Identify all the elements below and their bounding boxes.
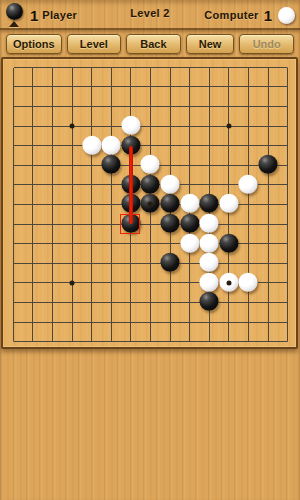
board-cell[interactable] [23, 136, 43, 156]
board-cell[interactable] [239, 97, 259, 117]
options-button[interactable]: Options [6, 34, 62, 54]
win-line [129, 146, 133, 224]
board-cell[interactable]: ○ [199, 214, 219, 234]
board-cell[interactable] [4, 234, 24, 254]
board-cell[interactable]: ○ [160, 175, 180, 195]
board-cell[interactable] [219, 293, 239, 313]
black-stone: ● [141, 194, 160, 213]
board-cell[interactable]: ○ [199, 253, 219, 273]
board-cell[interactable] [141, 253, 161, 273]
board-cell[interactable] [278, 97, 298, 117]
board-cell[interactable] [180, 97, 200, 117]
board-cell[interactable] [180, 293, 200, 313]
board-cell[interactable] [62, 234, 82, 254]
board-cell[interactable] [160, 332, 180, 352]
board-cell[interactable] [101, 77, 121, 97]
board-cell[interactable] [101, 253, 121, 273]
board-cell[interactable] [121, 97, 141, 117]
board-cell[interactable] [278, 77, 298, 97]
board-cell[interactable] [101, 58, 121, 78]
board-cell[interactable] [180, 273, 200, 293]
board-cell[interactable] [23, 155, 43, 175]
board-cell[interactable]: ○ [219, 273, 239, 293]
board-cell[interactable] [278, 214, 298, 234]
board-cell[interactable] [82, 312, 102, 332]
board-cell[interactable] [23, 116, 43, 136]
board-cell[interactable] [258, 175, 278, 195]
board-cell[interactable] [180, 175, 200, 195]
board-cell[interactable] [101, 312, 121, 332]
white-stone: ○ [239, 273, 258, 292]
board-cell[interactable] [278, 58, 298, 78]
white-stone: ○ [219, 273, 238, 292]
board-cell[interactable] [82, 234, 102, 254]
board-cell[interactable] [4, 214, 24, 234]
board-cell[interactable] [4, 155, 24, 175]
board-cell[interactable] [141, 293, 161, 313]
board-cell[interactable] [23, 58, 43, 78]
board-grid: ○○○●●○●●●○○●●●○●○●●●○○○●●○○○○● [4, 58, 298, 352]
board-cell[interactable] [101, 116, 121, 136]
board-cell[interactable] [141, 58, 161, 78]
board-cell[interactable] [160, 312, 180, 332]
board-cell[interactable] [121, 332, 141, 352]
board-cell[interactable] [82, 293, 102, 313]
board-cell[interactable] [82, 58, 102, 78]
board-cell[interactable] [62, 77, 82, 97]
board-cell[interactable] [23, 273, 43, 293]
white-stone: ○ [200, 253, 219, 272]
board-cell[interactable] [278, 234, 298, 254]
white-stone: ○ [200, 214, 219, 233]
board-cell[interactable] [4, 332, 24, 352]
board-cell[interactable] [219, 136, 239, 156]
board-cell[interactable]: ○ [180, 195, 200, 215]
board-cell[interactable] [258, 116, 278, 136]
board-cell[interactable] [219, 77, 239, 97]
board-cell[interactable] [239, 58, 259, 78]
board-cell[interactable] [239, 234, 259, 254]
board-cell[interactable] [258, 214, 278, 234]
board-cell[interactable] [219, 332, 239, 352]
board-cell[interactable] [43, 293, 63, 313]
board-cell[interactable] [258, 332, 278, 352]
board-cell[interactable] [219, 116, 239, 136]
board-cell[interactable] [23, 332, 43, 352]
board-cell[interactable] [101, 234, 121, 254]
board-cell[interactable] [239, 77, 259, 97]
board-cell[interactable] [4, 136, 24, 156]
black-stone: ● [219, 233, 238, 252]
black-stone: ● [102, 155, 121, 174]
board-cell[interactable] [180, 155, 200, 175]
board-cell[interactable] [62, 175, 82, 195]
board-cell[interactable] [258, 77, 278, 97]
board-cell[interactable] [199, 332, 219, 352]
board-cell[interactable] [199, 77, 219, 97]
board-cell[interactable] [4, 253, 24, 273]
board-cell[interactable] [62, 195, 82, 215]
board-cell[interactable] [278, 293, 298, 313]
board-cell[interactable] [62, 273, 82, 293]
board-cell[interactable] [4, 293, 24, 313]
board-cell[interactable]: ● [199, 195, 219, 215]
board-cell[interactable] [43, 97, 63, 117]
board-cell[interactable] [101, 273, 121, 293]
board-cell[interactable] [4, 312, 24, 332]
board-cell[interactable] [219, 155, 239, 175]
board: ○○○●●○●●●○○●●●○●○●●●○○○●●○○○○● [1, 57, 298, 349]
board-cell[interactable] [43, 312, 63, 332]
app-screen: 1 Player Computer 1 Level 2 Options Leve… [0, 0, 300, 500]
white-stone: ○ [219, 194, 238, 213]
white-stone: ○ [200, 273, 219, 292]
board-cell[interactable] [160, 77, 180, 97]
board-cell[interactable] [121, 253, 141, 273]
board-cell[interactable] [4, 58, 24, 78]
board-cell[interactable] [219, 97, 239, 117]
board-cell[interactable] [219, 214, 239, 234]
back-button[interactable]: Back [126, 34, 181, 54]
board-cell[interactable] [278, 136, 298, 156]
board-cell[interactable] [43, 253, 63, 273]
board-cell[interactable] [43, 214, 63, 234]
board-cell[interactable]: ● [160, 253, 180, 273]
board-cell[interactable] [82, 273, 102, 293]
board-cell[interactable] [82, 155, 102, 175]
toolbar: Options Level Back New Undo [0, 30, 300, 59]
board-cell[interactable]: ○ [101, 136, 121, 156]
black-stone: ● [141, 175, 160, 194]
board-cell[interactable] [23, 175, 43, 195]
board-cell[interactable]: ○ [219, 195, 239, 215]
black-stone: ● [200, 194, 219, 213]
board-cell[interactable] [258, 234, 278, 254]
board-cell[interactable] [43, 136, 63, 156]
board-cell[interactable] [23, 214, 43, 234]
board-cell[interactable] [258, 136, 278, 156]
board-cell[interactable] [278, 253, 298, 273]
board-cell[interactable] [62, 293, 82, 313]
board-cell[interactable] [43, 116, 63, 136]
board-cell[interactable] [4, 116, 24, 136]
board-cell[interactable] [258, 273, 278, 293]
board-cell[interactable] [141, 136, 161, 156]
white-stone: ○ [200, 233, 219, 252]
board-cell[interactable]: ○ [199, 234, 219, 254]
board-cell[interactable] [278, 312, 298, 332]
black-stone: ● [180, 214, 199, 233]
board-cell[interactable] [141, 273, 161, 293]
board-cell[interactable] [62, 58, 82, 78]
board-cell[interactable] [199, 58, 219, 78]
white-stone: ○ [239, 175, 258, 194]
board-cell[interactable] [258, 97, 278, 117]
board-cell[interactable] [141, 214, 161, 234]
board-cell[interactable] [180, 136, 200, 156]
board-cell[interactable] [180, 77, 200, 97]
board-cell[interactable] [121, 77, 141, 97]
board-cell[interactable]: ● [160, 195, 180, 215]
board-cell[interactable] [82, 97, 102, 117]
board-cell[interactable] [43, 332, 63, 352]
board-cell[interactable] [82, 332, 102, 352]
board-cell[interactable] [160, 273, 180, 293]
board-cell[interactable] [258, 312, 278, 332]
board-cell[interactable] [82, 214, 102, 234]
board-cell[interactable] [43, 58, 63, 78]
black-stone: ● [161, 253, 180, 272]
board-cell[interactable]: ● [141, 195, 161, 215]
board-cell[interactable] [199, 175, 219, 195]
turn-indicator-triangle [9, 21, 19, 27]
white-stone: ○ [180, 194, 199, 213]
board-cell[interactable] [82, 175, 102, 195]
board-cell[interactable] [239, 253, 259, 273]
board-cell[interactable] [23, 97, 43, 117]
board-cell[interactable] [160, 234, 180, 254]
board-cell[interactable] [141, 77, 161, 97]
board-cell[interactable]: ● [160, 214, 180, 234]
new-button[interactable]: New [186, 34, 235, 54]
white-stone: ○ [102, 135, 121, 154]
board-cell[interactable] [199, 312, 219, 332]
black-stone: ● [161, 214, 180, 233]
board-cell[interactable] [23, 293, 43, 313]
board-cell[interactable] [199, 116, 219, 136]
board-cell[interactable] [23, 195, 43, 215]
board-cell[interactable] [121, 312, 141, 332]
board-cell[interactable] [121, 58, 141, 78]
board-cell[interactable] [180, 116, 200, 136]
board-cell[interactable] [62, 136, 82, 156]
board-cell[interactable] [278, 155, 298, 175]
black-stone: ● [161, 194, 180, 213]
board-cell[interactable] [160, 97, 180, 117]
board-cell[interactable] [62, 312, 82, 332]
status-bar: 1 Player Computer 1 Level 2 [0, 0, 300, 30]
board-cell[interactable] [141, 116, 161, 136]
board-cell[interactable] [160, 58, 180, 78]
board-cell[interactable]: ○ [141, 155, 161, 175]
board-cell[interactable] [278, 195, 298, 215]
last-move-marker [120, 214, 140, 234]
board-cell[interactable] [258, 253, 278, 273]
board-cell[interactable] [101, 175, 121, 195]
level-indicator: Level 2 [0, 7, 300, 19]
board-cell[interactable] [101, 214, 121, 234]
board-cell[interactable]: ○ [239, 273, 259, 293]
board-cell[interactable] [4, 77, 24, 97]
board-cell[interactable]: ● [180, 214, 200, 234]
board-cell[interactable] [239, 195, 259, 215]
board-cell[interactable] [141, 234, 161, 254]
board-cell[interactable]: ○ [239, 175, 259, 195]
board-cell[interactable] [62, 155, 82, 175]
board-cell[interactable] [43, 234, 63, 254]
board-cell[interactable] [258, 293, 278, 313]
board-cell[interactable] [23, 253, 43, 273]
board-cell[interactable]: ○ [180, 234, 200, 254]
board-cell[interactable] [4, 273, 24, 293]
board-cell[interactable] [82, 116, 102, 136]
board-cell[interactable] [258, 58, 278, 78]
board-cell[interactable] [101, 97, 121, 117]
board-cell[interactable] [160, 136, 180, 156]
board-cell[interactable] [219, 312, 239, 332]
board-cell[interactable]: ● [219, 234, 239, 254]
board-cell[interactable] [278, 116, 298, 136]
board-cell[interactable] [239, 155, 259, 175]
board-cell[interactable] [141, 312, 161, 332]
board-cell[interactable] [43, 195, 63, 215]
level-button[interactable]: Level [67, 34, 122, 54]
board-cell[interactable] [278, 273, 298, 293]
board-cell[interactable] [43, 175, 63, 195]
board-cell[interactable] [180, 332, 200, 352]
black-stone: ● [259, 155, 278, 174]
board-cell[interactable] [239, 136, 259, 156]
board-cell[interactable] [160, 155, 180, 175]
board-cell[interactable] [101, 332, 121, 352]
board-cell[interactable] [82, 195, 102, 215]
board-cell[interactable] [62, 214, 82, 234]
board-cell[interactable] [239, 332, 259, 352]
board-cell[interactable] [82, 253, 102, 273]
board-cell[interactable] [121, 293, 141, 313]
board-cell[interactable] [121, 273, 141, 293]
white-stone: ○ [121, 116, 140, 135]
board-cell[interactable] [258, 195, 278, 215]
board-cell[interactable] [4, 97, 24, 117]
board-cell[interactable]: ● [101, 155, 121, 175]
board-cell[interactable] [4, 175, 24, 195]
board-cell[interactable] [160, 293, 180, 313]
board-cell[interactable] [199, 136, 219, 156]
board-cell[interactable]: ● [258, 155, 278, 175]
board-cell[interactable] [101, 293, 121, 313]
board-cell[interactable] [141, 97, 161, 117]
board-cell[interactable] [180, 58, 200, 78]
board-cell[interactable] [62, 332, 82, 352]
board-cell[interactable] [160, 116, 180, 136]
board-cell[interactable]: ○ [82, 136, 102, 156]
board-cell[interactable] [62, 253, 82, 273]
board-cell[interactable] [62, 116, 82, 136]
board-cell[interactable] [23, 312, 43, 332]
white-stone: ○ [161, 175, 180, 194]
board-cell[interactable] [219, 58, 239, 78]
board-cell[interactable] [101, 195, 121, 215]
board-cell[interactable] [43, 155, 63, 175]
undo-button[interactable]: Undo [239, 34, 294, 54]
black-stone: ● [200, 292, 219, 311]
board-cell[interactable] [278, 332, 298, 352]
board-cell[interactable] [43, 273, 63, 293]
board-cell[interactable] [180, 312, 200, 332]
board-cell[interactable] [23, 77, 43, 97]
board-cell[interactable] [239, 116, 259, 136]
board-cell[interactable] [23, 234, 43, 254]
board-cell[interactable]: ● [199, 293, 219, 313]
board-cell[interactable] [278, 175, 298, 195]
board-cell[interactable]: ○ [121, 116, 141, 136]
board-cell[interactable]: ○ [199, 273, 219, 293]
board-cell[interactable] [180, 253, 200, 273]
board-cell[interactable] [219, 175, 239, 195]
white-stone: ○ [141, 155, 160, 174]
board-cell[interactable] [121, 234, 141, 254]
board-cell[interactable] [239, 214, 259, 234]
board-cell[interactable] [219, 253, 239, 273]
board-cell[interactable]: ● [141, 175, 161, 195]
board-cell[interactable] [4, 195, 24, 215]
white-stone: ○ [82, 135, 101, 154]
board-cell[interactable] [199, 97, 219, 117]
board-cell[interactable] [43, 77, 63, 97]
board-cell[interactable] [199, 155, 219, 175]
board-cell[interactable] [239, 312, 259, 332]
white-stone: ○ [180, 233, 199, 252]
board-cell[interactable] [239, 293, 259, 313]
board-cell[interactable] [62, 97, 82, 117]
board-cell[interactable] [82, 77, 102, 97]
board-cell[interactable] [141, 332, 161, 352]
